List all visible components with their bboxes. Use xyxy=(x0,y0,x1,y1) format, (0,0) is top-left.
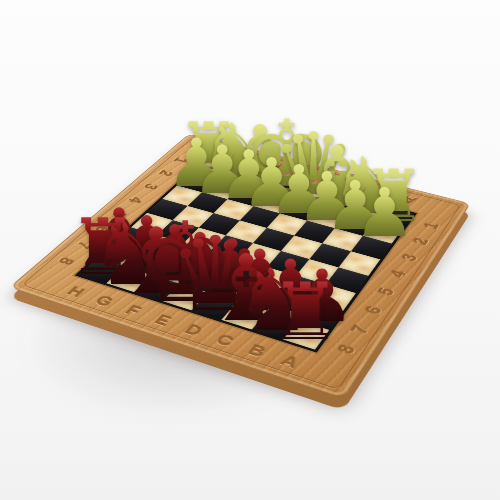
product-photo: HGFEDCBA HGFEDCBA 12345678 12345678 ♜♞♝♛… xyxy=(0,0,500,500)
